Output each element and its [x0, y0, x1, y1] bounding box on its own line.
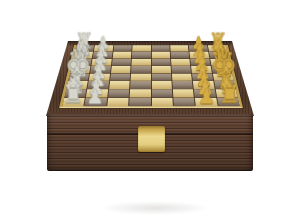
square-h8[interactable]: ♜	[217, 98, 240, 107]
square-b4[interactable]	[132, 52, 151, 59]
square-h2[interactable]: ♟	[85, 98, 107, 107]
square-d3[interactable]	[111, 66, 131, 73]
drop-shadow	[100, 201, 210, 215]
square-f5[interactable]	[151, 81, 171, 89]
chess-board[interactable]: ♜♟♟♜♞♟♟♞♝♟♟♝♛♟♟♛♚♟♟♚♝♟♟♝♞♟♟♞♜♟♟♜	[59, 45, 243, 108]
square-c4[interactable]	[132, 59, 151, 66]
square-h3[interactable]	[107, 98, 129, 107]
square-h5[interactable]	[151, 98, 172, 107]
board-scene: ♜♟♟♜♞♟♟♞♝♟♟♝♛♟♟♛♚♟♟♚♝♟♟♝♞♟♟♞♜♟♟♜	[59, 0, 243, 112]
square-b3[interactable]	[112, 52, 131, 59]
square-g5[interactable]	[151, 89, 172, 97]
square-f4[interactable]	[130, 81, 150, 89]
latch-clasp	[138, 126, 165, 152]
gold-rook[interactable]: ♜	[214, 81, 243, 106]
square-f3[interactable]	[109, 81, 130, 89]
square-e3[interactable]	[110, 73, 130, 80]
square-a3[interactable]	[113, 45, 132, 51]
square-c5[interactable]	[151, 59, 170, 66]
square-g4[interactable]	[130, 89, 151, 97]
square-d5[interactable]	[151, 66, 170, 73]
square-g3[interactable]	[108, 89, 129, 97]
square-e5[interactable]	[151, 73, 171, 80]
chess-set-photo: ♜♟♟♜♞♟♟♞♝♟♟♝♛♟♟♛♚♟♟♚♝♟♟♝♞♟♟♞♜♟♟♜	[0, 0, 300, 217]
square-e4[interactable]	[131, 73, 151, 80]
square-a5[interactable]	[151, 45, 169, 51]
square-c3[interactable]	[112, 59, 131, 66]
square-a4[interactable]	[132, 45, 150, 51]
silver-pawn[interactable]: ♟	[81, 86, 110, 106]
square-h4[interactable]	[129, 98, 150, 107]
square-b5[interactable]	[151, 52, 170, 59]
square-d4[interactable]	[131, 66, 150, 73]
